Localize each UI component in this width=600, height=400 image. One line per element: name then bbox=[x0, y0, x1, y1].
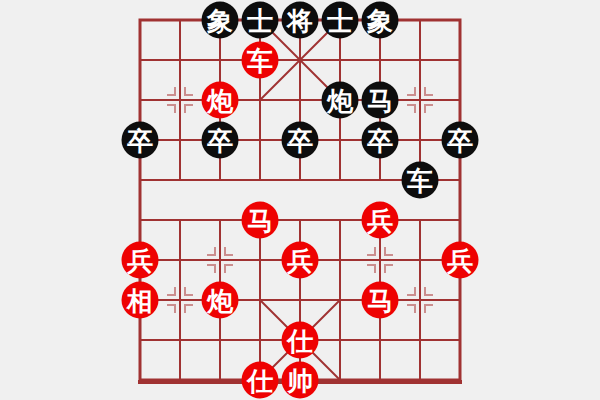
piece-red-elephant[interactable]: 相 bbox=[122, 282, 159, 319]
piece-black-chariot[interactable]: 车 bbox=[402, 162, 439, 199]
piece-black-advisor[interactable]: 士 bbox=[242, 2, 279, 39]
piece-red-general[interactable]: 帅 bbox=[282, 362, 319, 399]
piece-black-cannon[interactable]: 炮 bbox=[322, 82, 359, 119]
piece-black-soldier[interactable]: 卒 bbox=[202, 122, 239, 159]
piece-red-advisor[interactable]: 仕 bbox=[242, 362, 279, 399]
piece-black-soldier[interactable]: 卒 bbox=[442, 122, 479, 159]
piece-black-soldier[interactable]: 卒 bbox=[282, 122, 319, 159]
piece-red-cannon[interactable]: 炮 bbox=[202, 282, 239, 319]
piece-black-soldier[interactable]: 卒 bbox=[122, 122, 159, 159]
piece-red-horse[interactable]: 马 bbox=[242, 202, 279, 239]
piece-red-soldier[interactable]: 兵 bbox=[282, 242, 319, 279]
piece-black-elephant[interactable]: 象 bbox=[362, 2, 399, 39]
piece-red-soldier[interactable]: 兵 bbox=[122, 242, 159, 279]
piece-red-horse[interactable]: 马 bbox=[362, 282, 399, 319]
piece-black-soldier[interactable]: 卒 bbox=[362, 122, 399, 159]
piece-red-advisor[interactable]: 仕 bbox=[282, 322, 319, 359]
xiangqi-board[interactable]: 象士将士象车炮炮马卒卒卒卒卒车马兵兵兵兵相炮马仕仕帅 bbox=[0, 0, 600, 400]
piece-red-chariot[interactable]: 车 bbox=[242, 42, 279, 79]
piece-red-soldier[interactable]: 兵 bbox=[442, 242, 479, 279]
piece-red-soldier[interactable]: 兵 bbox=[362, 202, 399, 239]
piece-black-elephant[interactable]: 象 bbox=[202, 2, 239, 39]
piece-red-cannon[interactable]: 炮 bbox=[202, 82, 239, 119]
piece-black-advisor[interactable]: 士 bbox=[322, 2, 359, 39]
piece-black-general[interactable]: 将 bbox=[282, 2, 319, 39]
piece-black-horse[interactable]: 马 bbox=[362, 82, 399, 119]
